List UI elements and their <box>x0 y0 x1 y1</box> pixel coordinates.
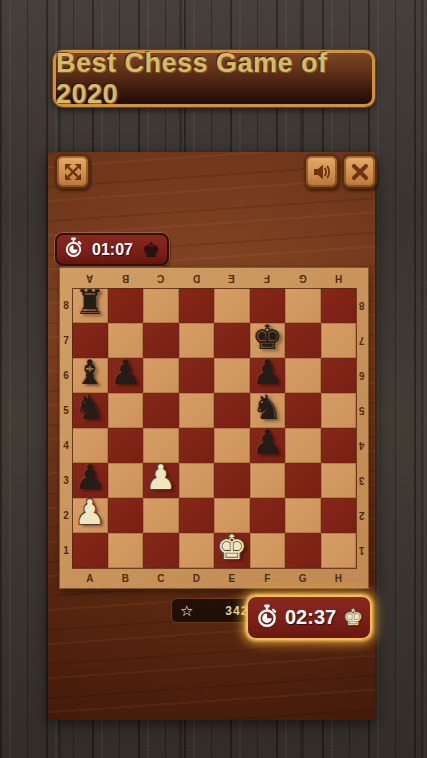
chessboard: ABCDEFGH8♜87♚76♝♟♟65♞♞54♟43♟♟32♟21♚1ABCD… <box>60 268 368 588</box>
square-f1[interactable] <box>250 533 286 568</box>
white-clock-time: 02:37 <box>285 606 336 629</box>
piece-black-knight[interactable]: ♞ <box>252 390 282 424</box>
square-e7[interactable] <box>214 323 250 358</box>
star-outline-icon: ☆ <box>180 603 193 618</box>
file-label-bottom: D <box>179 568 215 588</box>
title-banner: Best Chess Game of 2020 <box>53 50 375 107</box>
piece-black-pawn[interactable]: ♟ <box>252 355 282 389</box>
rank-label-left: 1 <box>60 533 72 568</box>
square-h2[interactable] <box>321 498 357 533</box>
board-frame-corner <box>356 268 368 288</box>
square-d3[interactable] <box>179 463 215 498</box>
piece-black-rook[interactable]: ♜ <box>75 285 105 319</box>
file-label-bottom: F <box>250 568 286 588</box>
square-a2[interactable]: ♟ <box>72 498 108 533</box>
square-g2[interactable] <box>285 498 321 533</box>
square-b5[interactable] <box>108 393 144 428</box>
file-label-top: G <box>285 268 321 288</box>
speaker-icon <box>312 162 332 182</box>
square-e6[interactable] <box>214 358 250 393</box>
file-label-top: B <box>108 268 144 288</box>
rank-label-right: 6 <box>356 358 368 393</box>
square-b8[interactable] <box>108 288 144 323</box>
black-player-clock: 01:07 ♚ <box>55 233 169 266</box>
square-h6[interactable] <box>321 358 357 393</box>
square-b3[interactable] <box>108 463 144 498</box>
file-label-top: D <box>179 268 215 288</box>
square-d2[interactable] <box>179 498 215 533</box>
square-d5[interactable] <box>179 393 215 428</box>
square-a1[interactable] <box>72 533 108 568</box>
file-label-bottom: G <box>285 568 321 588</box>
file-label-bottom: C <box>143 568 179 588</box>
title-banner-text: Best Chess Game of 2020 <box>56 48 372 110</box>
square-a5[interactable]: ♞ <box>72 393 108 428</box>
square-g8[interactable] <box>285 288 321 323</box>
piece-black-bishop[interactable]: ♝ <box>75 355 105 389</box>
square-g6[interactable] <box>285 358 321 393</box>
square-b4[interactable] <box>108 428 144 463</box>
square-c6[interactable] <box>143 358 179 393</box>
black-clock-time: 01:07 <box>89 241 136 259</box>
piece-black-king[interactable]: ♚ <box>252 320 282 354</box>
piece-black-pawn[interactable]: ♟ <box>75 460 105 494</box>
file-label-top: E <box>214 268 250 288</box>
square-e4[interactable] <box>214 428 250 463</box>
square-d6[interactable] <box>179 358 215 393</box>
piece-black-pawn[interactable]: ♟ <box>252 425 282 459</box>
square-c2[interactable] <box>143 498 179 533</box>
sound-button[interactable] <box>304 154 339 189</box>
white-player-clock: 02:37 ♚ <box>246 595 372 640</box>
rank-label-left: 5 <box>60 393 72 428</box>
file-label-bottom: E <box>214 568 250 588</box>
square-h1[interactable] <box>321 533 357 568</box>
file-label-top: H <box>321 268 357 288</box>
file-label-top: F <box>250 268 286 288</box>
square-a8[interactable]: ♜ <box>72 288 108 323</box>
square-d1[interactable] <box>179 533 215 568</box>
piece-black-knight[interactable]: ♞ <box>75 390 105 424</box>
square-c3[interactable]: ♟ <box>143 463 179 498</box>
piece-white-pawn[interactable]: ♟ <box>75 495 105 529</box>
black-king-icon: ♚ <box>142 240 160 260</box>
chessboard-grid: ABCDEFGH8♜87♚76♝♟♟65♞♞54♟43♟♟32♟21♚1ABCD… <box>60 268 368 588</box>
square-h5[interactable] <box>321 393 357 428</box>
piece-white-king[interactable]: ♚ <box>217 530 247 564</box>
file-label-bottom: A <box>72 568 108 588</box>
piece-white-pawn[interactable]: ♟ <box>146 460 176 494</box>
square-g5[interactable] <box>285 393 321 428</box>
square-b6[interactable]: ♟ <box>108 358 144 393</box>
piece-black-pawn[interactable]: ♟ <box>110 355 140 389</box>
square-h7[interactable] <box>321 323 357 358</box>
square-h4[interactable] <box>321 428 357 463</box>
square-d4[interactable] <box>179 428 215 463</box>
square-c5[interactable] <box>143 393 179 428</box>
square-h8[interactable] <box>321 288 357 323</box>
file-label-top: C <box>143 268 179 288</box>
rank-label-right: 5 <box>356 393 368 428</box>
white-king-icon: ♚ <box>343 607 363 629</box>
square-d7[interactable] <box>179 323 215 358</box>
rank-label-right: 1 <box>356 533 368 568</box>
square-e5[interactable] <box>214 393 250 428</box>
square-c8[interactable] <box>143 288 179 323</box>
rank-label-right: 2 <box>356 498 368 533</box>
rank-label-right: 4 <box>356 428 368 463</box>
square-e1[interactable]: ♚ <box>214 533 250 568</box>
fullscreen-expand-icon <box>63 162 83 182</box>
board-frame-corner <box>356 568 368 588</box>
file-label-bottom: B <box>108 568 144 588</box>
square-g4[interactable] <box>285 428 321 463</box>
square-f2[interactable] <box>250 498 286 533</box>
rank-label-left: 8 <box>60 288 72 323</box>
file-label-bottom: H <box>321 568 357 588</box>
rank-label-right: 8 <box>356 288 368 323</box>
rank-label-right: 3 <box>356 463 368 498</box>
square-g7[interactable] <box>285 323 321 358</box>
close-button[interactable] <box>342 154 377 189</box>
stopwatch-icon <box>64 237 83 262</box>
rank-label-left: 7 <box>60 323 72 358</box>
square-d8[interactable] <box>179 288 215 323</box>
square-c7[interactable] <box>143 323 179 358</box>
square-e8[interactable] <box>214 288 250 323</box>
rank-label-left: 4 <box>60 428 72 463</box>
square-h3[interactable] <box>321 463 357 498</box>
square-g1[interactable] <box>285 533 321 568</box>
board-frame-corner <box>60 268 72 288</box>
square-e3[interactable] <box>214 463 250 498</box>
rank-label-left: 6 <box>60 358 72 393</box>
rank-label-left: 3 <box>60 463 72 498</box>
fullscreen-button[interactable] <box>55 154 90 189</box>
square-b1[interactable] <box>108 533 144 568</box>
board-frame-corner <box>60 568 72 588</box>
square-c1[interactable] <box>143 533 179 568</box>
close-icon <box>350 162 370 182</box>
stopwatch-icon <box>256 604 278 632</box>
rank-label-left: 2 <box>60 498 72 533</box>
square-b2[interactable] <box>108 498 144 533</box>
square-g3[interactable] <box>285 463 321 498</box>
square-f4[interactable]: ♟ <box>250 428 286 463</box>
rank-label-right: 7 <box>356 323 368 358</box>
square-f3[interactable] <box>250 463 286 498</box>
